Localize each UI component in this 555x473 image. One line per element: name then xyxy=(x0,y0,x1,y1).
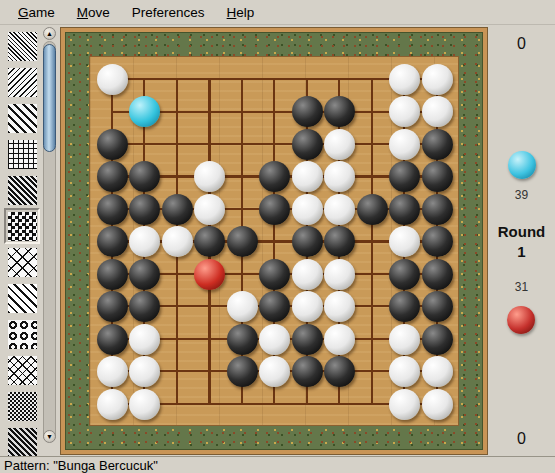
scroll-down-button[interactable]: ▼ xyxy=(43,430,56,443)
bottom-score: 0 xyxy=(488,430,555,448)
stone-black xyxy=(97,324,128,355)
pattern-item-1[interactable] xyxy=(4,28,40,64)
stone-black xyxy=(227,356,258,387)
stone-white xyxy=(389,64,420,95)
stone-cyan xyxy=(129,96,160,127)
stone-white xyxy=(129,356,160,387)
scrollbar-thumb[interactable] xyxy=(43,44,56,152)
stone-black xyxy=(422,259,453,290)
stone-black xyxy=(422,226,453,257)
stone-red xyxy=(194,259,225,290)
stone-white xyxy=(324,161,355,192)
stone-black xyxy=(389,194,420,225)
stone-black xyxy=(97,259,128,290)
stone-white xyxy=(324,129,355,160)
red-stone-count: 31 xyxy=(488,280,555,294)
pattern-swatch-icon xyxy=(8,140,37,169)
menu-item-help[interactable]: Help xyxy=(216,1,266,24)
stone-white xyxy=(259,356,290,387)
stone-black xyxy=(422,291,453,322)
pattern-swatch-icon xyxy=(8,176,37,205)
stone-black xyxy=(389,161,420,192)
pattern-item-5[interactable] xyxy=(4,172,40,208)
stone-black xyxy=(357,194,388,225)
stone-black xyxy=(292,226,323,257)
stone-white xyxy=(422,64,453,95)
stone-white xyxy=(389,389,420,420)
pattern-swatch-icon xyxy=(8,212,37,241)
stone-black xyxy=(324,226,355,257)
stone-white xyxy=(389,226,420,257)
blue-player-ball xyxy=(508,151,536,179)
stone-white xyxy=(389,129,420,160)
pattern-item-12[interactable] xyxy=(4,424,40,456)
menu-bar: GameMovePreferencesHelp xyxy=(0,0,555,25)
stone-black xyxy=(259,161,290,192)
pattern-item-2[interactable] xyxy=(4,64,40,100)
stone-black xyxy=(97,226,128,257)
stone-white xyxy=(97,389,128,420)
stone-white xyxy=(97,64,128,95)
stone-white xyxy=(259,324,290,355)
pattern-swatch-icon xyxy=(8,248,37,277)
stone-black xyxy=(259,194,290,225)
stone-white xyxy=(129,389,160,420)
status-pattern-text: Pattern: "Bunga Bercucuk" xyxy=(4,458,158,473)
board-area xyxy=(58,25,488,456)
stone-black xyxy=(259,291,290,322)
game-board[interactable] xyxy=(60,27,488,455)
round-label: Round xyxy=(488,223,555,240)
pattern-swatch-icon xyxy=(8,392,37,421)
stone-black xyxy=(324,356,355,387)
stone-black xyxy=(292,324,323,355)
up-arrow-icon: ▲ xyxy=(46,30,53,37)
stone-black xyxy=(129,259,160,290)
pattern-item-11[interactable] xyxy=(4,388,40,424)
round-value: 1 xyxy=(488,243,555,260)
score-panel: 0 39 Round 1 31 0 xyxy=(488,25,555,456)
down-arrow-icon: ▼ xyxy=(46,433,53,440)
status-bar: Pattern: "Bunga Bercucuk" xyxy=(0,456,555,473)
pattern-scrollbar[interactable]: ▲ ▼ xyxy=(42,25,58,456)
stone-black xyxy=(97,161,128,192)
menu-item-preferences[interactable]: Preferences xyxy=(121,1,216,24)
stone-black xyxy=(324,96,355,127)
stone-black xyxy=(422,324,453,355)
stone-white xyxy=(227,291,258,322)
menu-item-game[interactable]: Game xyxy=(7,1,66,24)
pattern-swatch-icon xyxy=(8,284,37,313)
pattern-swatch-icon xyxy=(8,356,37,385)
pattern-swatch-icon xyxy=(8,32,37,61)
stone-black xyxy=(97,129,128,160)
board-grid[interactable] xyxy=(111,78,438,405)
stone-black xyxy=(422,161,453,192)
stone-black xyxy=(292,129,323,160)
pattern-item-7[interactable] xyxy=(4,244,40,280)
pattern-swatch-icon xyxy=(8,428,37,457)
pattern-item-6[interactable] xyxy=(4,208,40,244)
stone-white xyxy=(292,259,323,290)
stone-white xyxy=(324,194,355,225)
pattern-item-3[interactable] xyxy=(4,100,40,136)
stone-white xyxy=(162,226,193,257)
stone-black xyxy=(422,194,453,225)
stone-black xyxy=(389,259,420,290)
board-wood-surface xyxy=(89,56,459,426)
blue-stone-count: 39 xyxy=(488,188,555,202)
menu-item-move[interactable]: Move xyxy=(66,1,121,24)
game-window: GameMovePreferencesHelp ▲ ▼ 0 39 Rou xyxy=(0,0,555,473)
stone-white xyxy=(292,194,323,225)
stone-black xyxy=(292,356,323,387)
pattern-swatch-icon xyxy=(8,104,37,133)
pattern-item-9[interactable] xyxy=(4,316,40,352)
pattern-swatch-icon xyxy=(8,68,37,97)
stone-black xyxy=(389,291,420,322)
stone-black xyxy=(422,129,453,160)
stone-black xyxy=(97,291,128,322)
pattern-item-10[interactable] xyxy=(4,352,40,388)
pattern-list xyxy=(0,25,42,456)
stone-white xyxy=(97,356,128,387)
stone-black xyxy=(129,291,160,322)
stone-black xyxy=(129,194,160,225)
stone-white xyxy=(389,324,420,355)
stone-black xyxy=(227,324,258,355)
stone-black xyxy=(259,259,290,290)
stone-white xyxy=(194,194,225,225)
content-area: ▲ ▼ 0 39 Round 1 31 0 xyxy=(0,25,555,456)
stone-white xyxy=(292,291,323,322)
stone-white xyxy=(422,356,453,387)
stone-white xyxy=(389,356,420,387)
scroll-up-button[interactable]: ▲ xyxy=(43,27,56,40)
stone-black xyxy=(194,226,225,257)
stone-black xyxy=(227,226,258,257)
pattern-item-4[interactable] xyxy=(4,136,40,172)
stone-black xyxy=(292,96,323,127)
stone-white xyxy=(422,96,453,127)
red-player-ball xyxy=(507,306,535,334)
stone-white xyxy=(292,161,323,192)
stone-white xyxy=(324,324,355,355)
pattern-item-8[interactable] xyxy=(4,280,40,316)
stone-white xyxy=(389,96,420,127)
stone-white xyxy=(422,389,453,420)
stone-black xyxy=(97,194,128,225)
stone-white xyxy=(324,291,355,322)
stone-white xyxy=(194,161,225,192)
stone-white xyxy=(324,259,355,290)
stone-black xyxy=(129,161,160,192)
stone-white xyxy=(129,226,160,257)
pattern-swatch-icon xyxy=(8,320,37,349)
pattern-sidebar: ▲ ▼ xyxy=(0,25,58,456)
stone-black xyxy=(162,194,193,225)
top-score: 0 xyxy=(488,35,555,53)
stone-white xyxy=(129,324,160,355)
